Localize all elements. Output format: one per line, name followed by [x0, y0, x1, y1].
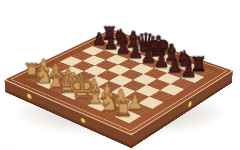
hinge-icon [188, 100, 191, 108]
square-h1[interactable]: ♜ [115, 110, 141, 123]
piece-white-R-h1[interactable]: ♜ [102, 97, 144, 119]
hinge-icon [26, 93, 31, 100]
chess-set-photo: ♜♞♝♛♚♝♞♜♟♟♟♟♟♟♟♟♟♟♟♟♟♟♟♟♜♞♝♛♚♝♞♜ [0, 0, 240, 150]
piece-black-P-h7[interactable]: ♟ [169, 62, 208, 80]
hinge-icon [80, 117, 86, 124]
